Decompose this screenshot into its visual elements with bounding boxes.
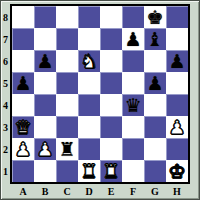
piece-black-rook[interactable]: ♜ bbox=[58, 138, 75, 160]
square-b1[interactable] bbox=[34, 160, 56, 182]
square-h8[interactable] bbox=[166, 6, 188, 28]
square-d4[interactable] bbox=[78, 94, 100, 116]
square-b5[interactable] bbox=[34, 72, 56, 94]
square-h5[interactable] bbox=[166, 72, 188, 94]
square-a7[interactable] bbox=[12, 28, 34, 50]
square-f5[interactable] bbox=[122, 72, 144, 94]
square-h2[interactable] bbox=[166, 138, 188, 160]
square-b6[interactable]: ♟ bbox=[34, 50, 56, 72]
rank-label-5: 5 bbox=[1, 72, 10, 94]
file-label-f: F bbox=[122, 185, 144, 198]
piece-black-pawn[interactable]: ♟ bbox=[146, 72, 163, 94]
piece-white-pawn[interactable]: ♟ bbox=[36, 138, 53, 160]
rank-label-7: 7 bbox=[1, 28, 10, 50]
square-e6[interactable] bbox=[100, 50, 122, 72]
square-d8[interactable] bbox=[78, 6, 100, 28]
square-e3[interactable] bbox=[100, 116, 122, 138]
piece-black-pawn[interactable]: ♟ bbox=[168, 50, 185, 72]
piece-white-pawn[interactable]: ♟ bbox=[14, 138, 31, 160]
square-g5[interactable]: ♟ bbox=[144, 72, 166, 94]
square-e8[interactable] bbox=[100, 6, 122, 28]
square-c7[interactable] bbox=[56, 28, 78, 50]
file-label-g: G bbox=[144, 185, 166, 198]
file-label-a: A bbox=[12, 185, 34, 198]
square-g3[interactable] bbox=[144, 116, 166, 138]
square-f2[interactable] bbox=[122, 138, 144, 160]
file-label-d: D bbox=[78, 185, 100, 198]
square-c3[interactable] bbox=[56, 116, 78, 138]
square-b8[interactable] bbox=[34, 6, 56, 28]
piece-black-king[interactable]: ♚ bbox=[146, 6, 163, 28]
square-c8[interactable] bbox=[56, 6, 78, 28]
square-h7[interactable] bbox=[166, 28, 188, 50]
piece-white-king[interactable]: ♚ bbox=[168, 160, 185, 182]
piece-white-queen[interactable]: ♛ bbox=[14, 116, 31, 138]
square-e1[interactable]: ♜ bbox=[100, 160, 122, 182]
rank-label-4: 4 bbox=[1, 94, 10, 116]
piece-white-rook[interactable]: ♜ bbox=[102, 160, 119, 182]
square-d5[interactable] bbox=[78, 72, 100, 94]
square-e4[interactable] bbox=[100, 94, 122, 116]
square-g2[interactable] bbox=[144, 138, 166, 160]
square-c5[interactable] bbox=[56, 72, 78, 94]
square-d6[interactable]: ♞ bbox=[78, 50, 100, 72]
square-h3[interactable]: ♟ bbox=[166, 116, 188, 138]
square-a6[interactable] bbox=[12, 50, 34, 72]
square-e5[interactable] bbox=[100, 72, 122, 94]
file-label-e: E bbox=[100, 185, 122, 198]
rank-label-1: 1 bbox=[1, 160, 10, 182]
rank-labels: 87654321 bbox=[1, 6, 10, 182]
file-label-b: B bbox=[34, 185, 56, 198]
piece-black-bishop[interactable]: ♝ bbox=[146, 28, 163, 50]
square-f4[interactable]: ♛ bbox=[122, 94, 144, 116]
square-b7[interactable] bbox=[34, 28, 56, 50]
square-b4[interactable] bbox=[34, 94, 56, 116]
piece-white-rook[interactable]: ♜ bbox=[80, 160, 97, 182]
file-label-h: H bbox=[166, 185, 188, 198]
square-f8[interactable] bbox=[122, 6, 144, 28]
square-a4[interactable] bbox=[12, 94, 34, 116]
square-g6[interactable] bbox=[144, 50, 166, 72]
rank-label-6: 6 bbox=[1, 50, 10, 72]
square-c4[interactable] bbox=[56, 94, 78, 116]
piece-white-knight[interactable]: ♞ bbox=[80, 50, 97, 72]
square-h6[interactable]: ♟ bbox=[166, 50, 188, 72]
rank-label-2: 2 bbox=[1, 138, 10, 160]
file-label-c: C bbox=[56, 185, 78, 198]
square-f7[interactable]: ♟ bbox=[122, 28, 144, 50]
square-e7[interactable] bbox=[100, 28, 122, 50]
square-f6[interactable] bbox=[122, 50, 144, 72]
square-a8[interactable] bbox=[12, 6, 34, 28]
chess-diagram-frame: 87654321 ♚♟♝♟♞♟♟♟♛♛♟♟♟♜♜♜♚ ABCDEFGH bbox=[0, 0, 200, 200]
square-c6[interactable] bbox=[56, 50, 78, 72]
square-g1[interactable] bbox=[144, 160, 166, 182]
square-f1[interactable] bbox=[122, 160, 144, 182]
square-h4[interactable] bbox=[166, 94, 188, 116]
square-c1[interactable] bbox=[56, 160, 78, 182]
piece-white-pawn[interactable]: ♟ bbox=[168, 116, 185, 138]
piece-black-pawn[interactable]: ♟ bbox=[14, 72, 31, 94]
square-g4[interactable] bbox=[144, 94, 166, 116]
square-b3[interactable] bbox=[34, 116, 56, 138]
square-d3[interactable] bbox=[78, 116, 100, 138]
square-g8[interactable]: ♚ bbox=[144, 6, 166, 28]
square-a1[interactable] bbox=[12, 160, 34, 182]
square-e2[interactable] bbox=[100, 138, 122, 160]
file-labels: ABCDEFGH bbox=[12, 185, 188, 198]
piece-black-pawn[interactable]: ♟ bbox=[36, 50, 53, 72]
square-a2[interactable]: ♟ bbox=[12, 138, 34, 160]
square-b2[interactable]: ♟ bbox=[34, 138, 56, 160]
square-d7[interactable] bbox=[78, 28, 100, 50]
square-a5[interactable]: ♟ bbox=[12, 72, 34, 94]
rank-label-3: 3 bbox=[1, 116, 10, 138]
square-a3[interactable]: ♛ bbox=[12, 116, 34, 138]
square-c2[interactable]: ♜ bbox=[56, 138, 78, 160]
square-g7[interactable]: ♝ bbox=[144, 28, 166, 50]
chess-board[interactable]: ♚♟♝♟♞♟♟♟♛♛♟♟♟♜♜♜♚ bbox=[10, 4, 190, 184]
piece-black-pawn[interactable]: ♟ bbox=[124, 28, 141, 50]
square-d2[interactable] bbox=[78, 138, 100, 160]
rank-label-8: 8 bbox=[1, 6, 10, 28]
square-f3[interactable] bbox=[122, 116, 144, 138]
piece-black-queen[interactable]: ♛ bbox=[124, 94, 141, 116]
square-d1[interactable]: ♜ bbox=[78, 160, 100, 182]
square-h1[interactable]: ♚ bbox=[166, 160, 188, 182]
